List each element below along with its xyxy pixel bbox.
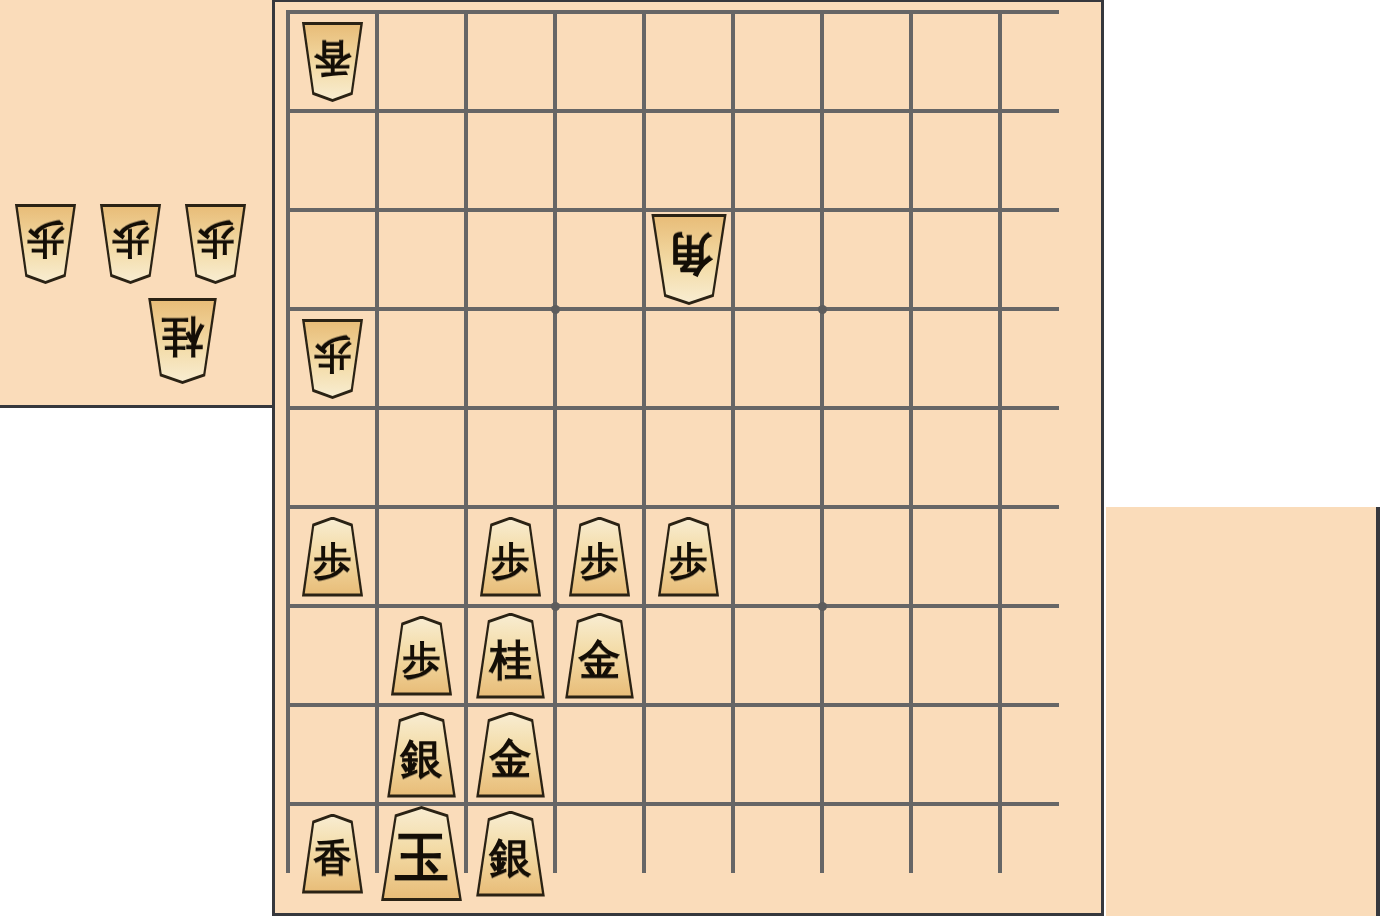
koma-kanji: 角 <box>666 233 712 279</box>
square-2h[interactable] <box>913 707 998 802</box>
square-7a[interactable] <box>468 14 553 109</box>
sente-gold-7h[interactable]: 金 <box>474 712 547 798</box>
square-2i[interactable] <box>913 806 998 901</box>
koma-kanji: 金 <box>579 639 621 681</box>
square-8g[interactable]: 歩 <box>379 608 464 703</box>
square-4i[interactable] <box>735 806 820 901</box>
square-1i[interactable] <box>1002 806 1087 901</box>
square-8h[interactable]: 銀 <box>379 707 464 802</box>
square-8c[interactable] <box>379 212 464 307</box>
koma-kanji: 金 <box>490 738 532 780</box>
koma-face: 歩 <box>481 520 540 594</box>
square-3c[interactable] <box>824 212 909 307</box>
square-5g[interactable] <box>646 608 731 703</box>
square-3b[interactable] <box>824 113 909 208</box>
square-1c[interactable] <box>1002 212 1087 307</box>
sente-king-8i[interactable]: 玉 <box>379 806 465 901</box>
gote-knight-in-hand[interactable]: 桂 <box>146 298 219 384</box>
square-2e[interactable] <box>913 410 998 505</box>
shogi-app: 歩歩歩 桂 香角歩歩歩歩歩歩桂金銀金香玉銀 <box>0 0 1380 916</box>
sente-captured-tray <box>1106 507 1380 916</box>
koma-face: 歩 <box>392 619 451 693</box>
gote-pawn-in-hand[interactable]: 歩 <box>98 204 163 284</box>
square-3e[interactable] <box>824 410 909 505</box>
gote-captured-tray: 歩歩歩 桂 <box>0 0 272 408</box>
square-1a[interactable] <box>1002 14 1087 109</box>
koma-face: 歩 <box>303 520 362 594</box>
gote-pawn-in-hand[interactable]: 歩 <box>183 204 248 284</box>
square-2b[interactable] <box>913 113 998 208</box>
square-6f[interactable]: 歩 <box>557 509 642 604</box>
square-4h[interactable] <box>735 707 820 802</box>
gote-lance-9a[interactable]: 香 <box>300 22 365 102</box>
koma-face: 銀 <box>388 715 455 795</box>
square-7b[interactable] <box>468 113 553 208</box>
sente-pawn-6f[interactable]: 歩 <box>567 517 632 597</box>
koma-face: 玉 <box>382 809 462 898</box>
koma-face: 歩 <box>659 520 718 594</box>
square-9a[interactable]: 香 <box>290 14 375 109</box>
square-9b[interactable] <box>290 113 375 208</box>
star-point-top-left <box>551 305 560 314</box>
koma-face: 角 <box>652 217 726 302</box>
gote-hand-row-2: 桂 <box>146 298 219 384</box>
sente-pawn-8g[interactable]: 歩 <box>389 616 454 696</box>
square-2a[interactable] <box>913 14 998 109</box>
square-6d[interactable] <box>557 311 642 406</box>
square-6i[interactable] <box>557 806 642 901</box>
square-2c[interactable] <box>913 212 998 307</box>
koma-kanji: 歩 <box>492 542 530 580</box>
koma-face: 桂 <box>149 301 216 381</box>
koma-kanji: 銀 <box>490 837 532 879</box>
square-9f[interactable]: 歩 <box>290 509 375 604</box>
square-9g[interactable] <box>290 608 375 703</box>
square-7g[interactable]: 桂 <box>468 608 553 703</box>
square-8f[interactable] <box>379 509 464 604</box>
square-6h[interactable] <box>557 707 642 802</box>
koma-face: 歩 <box>101 207 160 281</box>
square-3i[interactable] <box>824 806 909 901</box>
square-3f[interactable] <box>824 509 909 604</box>
koma-kanji: 歩 <box>581 542 619 580</box>
square-9d[interactable]: 歩 <box>290 311 375 406</box>
koma-face: 歩 <box>16 207 75 281</box>
gote-hand-row-1: 歩歩歩 <box>13 204 248 284</box>
square-5h[interactable] <box>646 707 731 802</box>
gote-pawn-in-hand[interactable]: 歩 <box>13 204 78 284</box>
square-2g[interactable] <box>913 608 998 703</box>
square-7e[interactable] <box>468 410 553 505</box>
koma-face: 桂 <box>477 616 544 696</box>
square-3h[interactable] <box>824 707 909 802</box>
square-8e[interactable] <box>379 410 464 505</box>
square-4c[interactable] <box>735 212 820 307</box>
star-point-bottom-right <box>818 602 827 611</box>
koma-kanji: 歩 <box>112 221 150 259</box>
koma-kanji: 桂 <box>490 639 532 681</box>
koma-kanji: 歩 <box>197 221 235 259</box>
square-6c[interactable] <box>557 212 642 307</box>
square-4a[interactable] <box>735 14 820 109</box>
square-1d[interactable] <box>1002 311 1087 406</box>
square-8a[interactable] <box>379 14 464 109</box>
square-4d[interactable] <box>735 311 820 406</box>
square-4g[interactable] <box>735 608 820 703</box>
square-7h[interactable]: 金 <box>468 707 553 802</box>
sente-lance-9i[interactable]: 香 <box>300 814 365 894</box>
square-5a[interactable] <box>646 14 731 109</box>
square-1b[interactable] <box>1002 113 1087 208</box>
koma-face: 金 <box>477 715 544 795</box>
koma-face: 歩 <box>186 207 245 281</box>
board-grid: 香角歩歩歩歩歩歩桂金銀金香玉銀 <box>286 10 1059 873</box>
square-3a[interactable] <box>824 14 909 109</box>
square-1h[interactable] <box>1002 707 1087 802</box>
koma-kanji: 歩 <box>314 336 352 374</box>
square-4e[interactable] <box>735 410 820 505</box>
square-8i[interactable]: 玉 <box>379 806 464 901</box>
koma-face: 香 <box>303 817 362 891</box>
square-3g[interactable] <box>824 608 909 703</box>
square-6g[interactable]: 金 <box>557 608 642 703</box>
square-5b[interactable] <box>646 113 731 208</box>
star-point-top-right <box>818 305 827 314</box>
square-1f[interactable] <box>1002 509 1087 604</box>
square-5c[interactable]: 角 <box>646 212 731 307</box>
koma-face: 歩 <box>303 322 362 396</box>
gote-pawn-9d[interactable]: 歩 <box>300 319 365 399</box>
square-6e[interactable] <box>557 410 642 505</box>
koma-kanji: 桂 <box>162 316 204 358</box>
square-5f[interactable]: 歩 <box>646 509 731 604</box>
koma-kanji: 銀 <box>401 738 443 780</box>
square-7i[interactable]: 銀 <box>468 806 553 901</box>
koma-kanji: 玉 <box>395 831 449 885</box>
sente-pawn-9f[interactable]: 歩 <box>300 517 365 597</box>
koma-face: 歩 <box>570 520 629 594</box>
square-4f[interactable] <box>735 509 820 604</box>
square-6b[interactable] <box>557 113 642 208</box>
square-9c[interactable] <box>290 212 375 307</box>
koma-kanji: 歩 <box>27 221 65 259</box>
shogi-board: 香角歩歩歩歩歩歩桂金銀金香玉銀 <box>272 0 1104 916</box>
sente-pawn-7f[interactable]: 歩 <box>478 517 543 597</box>
square-7d[interactable] <box>468 311 553 406</box>
sente-silver-8h[interactable]: 銀 <box>385 712 458 798</box>
square-8b[interactable] <box>379 113 464 208</box>
square-6a[interactable] <box>557 14 642 109</box>
square-2d[interactable] <box>913 311 998 406</box>
square-5e[interactable] <box>646 410 731 505</box>
koma-kanji: 歩 <box>403 641 441 679</box>
sente-pawn-5f[interactable]: 歩 <box>656 517 721 597</box>
square-7f[interactable]: 歩 <box>468 509 553 604</box>
square-5d[interactable] <box>646 311 731 406</box>
square-8d[interactable] <box>379 311 464 406</box>
sente-silver-7i[interactable]: 銀 <box>474 811 547 897</box>
square-2f[interactable] <box>913 509 998 604</box>
koma-kanji: 香 <box>314 839 352 877</box>
square-9h[interactable] <box>290 707 375 802</box>
koma-kanji: 歩 <box>314 542 352 580</box>
gote-bishop-5c[interactable]: 角 <box>649 214 729 305</box>
koma-face: 香 <box>303 25 362 99</box>
star-point-bottom-left <box>551 602 560 611</box>
square-1g[interactable] <box>1002 608 1087 703</box>
board-inner: 香角歩歩歩歩歩歩桂金銀金香玉銀 <box>286 10 1091 907</box>
square-3d[interactable] <box>824 311 909 406</box>
square-4b[interactable] <box>735 113 820 208</box>
square-9e[interactable] <box>290 410 375 505</box>
square-1e[interactable] <box>1002 410 1087 505</box>
koma-kanji: 歩 <box>670 542 708 580</box>
koma-kanji: 香 <box>314 39 352 77</box>
koma-face: 銀 <box>477 814 544 894</box>
square-5i[interactable] <box>646 806 731 901</box>
square-9i[interactable]: 香 <box>290 806 375 901</box>
sente-gold-6g[interactable]: 金 <box>563 613 636 699</box>
sente-knight-7g[interactable]: 桂 <box>474 613 547 699</box>
koma-face: 金 <box>566 616 633 696</box>
square-7c[interactable] <box>468 212 553 307</box>
